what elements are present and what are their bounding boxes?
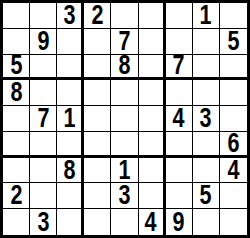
cell-r7c2[interactable] (30, 158, 57, 184)
given-digit: 8 (118, 55, 130, 80)
given-digit: 3 (200, 106, 212, 132)
given-digit: 4 (227, 158, 239, 184)
cell-r6c3[interactable] (57, 132, 84, 158)
given-digit: 7 (173, 55, 185, 80)
cell-r4c7[interactable] (166, 80, 193, 106)
cell-r2c4[interactable] (84, 29, 111, 55)
cell-r6c6[interactable] (139, 132, 166, 158)
cell-r6c2[interactable] (30, 132, 57, 158)
cell-r7c9[interactable]: 4 (220, 158, 247, 184)
given-digit: 7 (118, 29, 130, 55)
cell-r6c8[interactable] (193, 132, 220, 158)
cell-r2c9[interactable]: 5 (220, 29, 247, 55)
given-digit: 9 (37, 29, 49, 55)
cell-r3c2[interactable] (30, 55, 57, 81)
cell-r9c4[interactable] (84, 209, 111, 235)
cell-r9c5[interactable] (111, 209, 138, 235)
cell-r9c2[interactable]: 3 (30, 209, 57, 235)
given-digit: 7 (37, 106, 49, 132)
given-digit: 1 (118, 158, 130, 184)
given-digit: 4 (173, 106, 185, 132)
cell-r5c1[interactable] (3, 106, 30, 132)
cell-r7c1[interactable] (3, 158, 30, 184)
cell-r5c7[interactable]: 4 (166, 106, 193, 132)
cell-r4c3[interactable] (57, 80, 84, 106)
cell-r8c1[interactable]: 2 (3, 183, 30, 209)
cell-r6c5[interactable] (111, 132, 138, 158)
cell-r6c9[interactable]: 6 (220, 132, 247, 158)
cell-r7c8[interactable] (193, 158, 220, 184)
cell-r7c4[interactable] (84, 158, 111, 184)
cell-r5c8[interactable]: 3 (193, 106, 220, 132)
cell-r4c2[interactable] (30, 80, 57, 106)
cell-r2c2[interactable]: 9 (30, 29, 57, 55)
cell-r2c8[interactable] (193, 29, 220, 55)
cell-r3c1[interactable]: 5 (3, 55, 30, 81)
cell-r4c1[interactable]: 8 (3, 80, 30, 106)
cell-r1c1[interactable] (3, 3, 30, 29)
cell-r6c7[interactable] (166, 132, 193, 158)
cell-r9c3[interactable] (57, 209, 84, 235)
cell-r5c5[interactable] (111, 106, 138, 132)
cell-r1c2[interactable] (30, 3, 57, 29)
cell-r3c4[interactable] (84, 55, 111, 81)
given-digit: 8 (63, 158, 75, 184)
cell-r8c8[interactable]: 5 (193, 183, 220, 209)
cell-r3c3[interactable] (57, 55, 84, 81)
given-digit: 1 (200, 3, 212, 29)
cell-r9c7[interactable]: 9 (166, 209, 193, 235)
cell-r3c7[interactable]: 7 (166, 55, 193, 81)
cell-r1c8[interactable]: 1 (193, 3, 220, 29)
given-digit: 5 (10, 55, 22, 80)
cell-r5c4[interactable] (84, 106, 111, 132)
given-digit: 4 (145, 209, 157, 235)
cell-r4c4[interactable] (84, 80, 111, 106)
given-digit: 8 (10, 80, 22, 106)
cell-r8c9[interactable] (220, 183, 247, 209)
given-digit: 5 (227, 29, 239, 55)
given-digit: 2 (91, 3, 103, 29)
cell-r6c4[interactable] (84, 132, 111, 158)
cell-r7c3[interactable]: 8 (57, 158, 84, 184)
sudoku-board: 321975587871436814235349 (0, 0, 250, 238)
cell-r7c7[interactable] (166, 158, 193, 184)
cell-r4c9[interactable] (220, 80, 247, 106)
cell-r5c6[interactable] (139, 106, 166, 132)
cell-r8c4[interactable] (84, 183, 111, 209)
cell-r3c9[interactable] (220, 55, 247, 81)
cell-r1c6[interactable] (139, 3, 166, 29)
cell-r2c7[interactable] (166, 29, 193, 55)
cell-r5c9[interactable] (220, 106, 247, 132)
cell-r1c3[interactable]: 3 (57, 3, 84, 29)
given-digit: 2 (10, 183, 22, 209)
cell-r6c1[interactable] (3, 132, 30, 158)
cell-r2c1[interactable] (3, 29, 30, 55)
cell-r9c6[interactable]: 4 (139, 209, 166, 235)
given-digit: 9 (173, 209, 185, 235)
cell-r3c8[interactable] (193, 55, 220, 81)
cell-r8c2[interactable] (30, 183, 57, 209)
cell-r2c6[interactable] (139, 29, 166, 55)
cell-r2c3[interactable] (57, 29, 84, 55)
given-digit: 3 (63, 3, 75, 29)
cell-r9c9[interactable] (220, 209, 247, 235)
cell-r3c6[interactable] (139, 55, 166, 81)
cell-r8c6[interactable] (139, 183, 166, 209)
given-digit: 3 (118, 183, 130, 209)
cell-r8c3[interactable] (57, 183, 84, 209)
given-digit: 1 (63, 106, 75, 132)
cell-r7c6[interactable] (139, 158, 166, 184)
cell-r5c3[interactable]: 1 (57, 106, 84, 132)
cell-r5c2[interactable]: 7 (30, 106, 57, 132)
cell-r4c5[interactable] (111, 80, 138, 106)
given-digit: 5 (200, 183, 212, 209)
cell-r3c5[interactable]: 8 (111, 55, 138, 81)
cell-r4c6[interactable] (139, 80, 166, 106)
cell-r1c7[interactable] (166, 3, 193, 29)
cell-r1c5[interactable] (111, 3, 138, 29)
cell-r9c8[interactable] (193, 209, 220, 235)
cell-r1c9[interactable] (220, 3, 247, 29)
given-digit: 3 (37, 209, 49, 235)
cell-r7c5[interactable]: 1 (111, 158, 138, 184)
cell-r4c8[interactable] (193, 80, 220, 106)
given-digit: 6 (227, 132, 239, 157)
cell-r8c7[interactable] (166, 183, 193, 209)
cell-r9c1[interactable] (3, 209, 30, 235)
cell-r2c5[interactable]: 7 (111, 29, 138, 55)
cell-r8c5[interactable]: 3 (111, 183, 138, 209)
cell-r1c4[interactable]: 2 (84, 3, 111, 29)
